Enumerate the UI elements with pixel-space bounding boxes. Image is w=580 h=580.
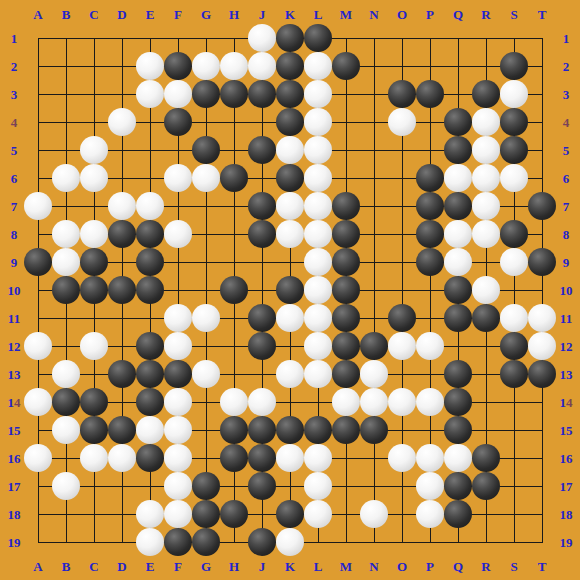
stone-black-S4 [500, 108, 528, 136]
stone-white-F18 [164, 500, 192, 528]
stone-white-O14 [388, 388, 416, 416]
col-label-bottom-R: R [481, 560, 490, 573]
stone-white-J2 [248, 52, 276, 80]
col-label-bottom-A: A [33, 560, 42, 573]
stone-white-P12 [416, 332, 444, 360]
stone-white-K19 [276, 528, 304, 556]
stone-black-B14 [52, 388, 80, 416]
stone-white-T12 [528, 332, 556, 360]
stone-black-L1 [304, 24, 332, 52]
go-board[interactable]: AABBCCDDEEFFGGHHJJKKLLMMNNOOPPQQRRSSTT11… [0, 0, 580, 580]
stone-black-Q4 [444, 108, 472, 136]
stone-black-M9 [332, 248, 360, 276]
stone-white-R4 [472, 108, 500, 136]
stone-black-H6 [220, 164, 248, 192]
stone-black-P3 [416, 80, 444, 108]
stone-white-D7 [108, 192, 136, 220]
stone-white-N14 [360, 388, 388, 416]
stone-black-Q14 [444, 388, 472, 416]
stone-white-B6 [52, 164, 80, 192]
stone-white-H2 [220, 52, 248, 80]
stone-black-D8 [108, 220, 136, 248]
stone-white-H14 [220, 388, 248, 416]
col-label-top-N: N [369, 8, 378, 21]
stone-black-Q13 [444, 360, 472, 388]
stone-white-L7 [304, 192, 332, 220]
stone-black-T7 [528, 192, 556, 220]
stone-white-L3 [304, 80, 332, 108]
stone-black-A9 [24, 248, 52, 276]
stone-white-Q6 [444, 164, 472, 192]
stone-black-N15 [360, 416, 388, 444]
stone-white-P14 [416, 388, 444, 416]
stone-black-K2 [276, 52, 304, 80]
row-label-left-17: 17 [8, 480, 21, 493]
col-label-bottom-P: P [426, 560, 434, 573]
stone-white-R5 [472, 136, 500, 164]
stone-black-E13 [136, 360, 164, 388]
col-label-bottom-K: K [285, 560, 295, 573]
stone-white-F14 [164, 388, 192, 416]
col-label-top-D: D [117, 8, 126, 21]
stone-black-L15 [304, 416, 332, 444]
stone-white-S9 [500, 248, 528, 276]
stone-black-J7 [248, 192, 276, 220]
stone-white-J14 [248, 388, 276, 416]
stone-black-H18 [220, 500, 248, 528]
stone-white-B13 [52, 360, 80, 388]
stone-black-J19 [248, 528, 276, 556]
stone-white-B8 [52, 220, 80, 248]
col-label-bottom-N: N [369, 560, 378, 573]
stone-white-C5 [80, 136, 108, 164]
row-label-left-16: 16 [8, 452, 21, 465]
col-label-bottom-J: J [259, 560, 266, 573]
stone-white-F17 [164, 472, 192, 500]
row-label-left-1: 1 [11, 32, 18, 45]
stone-white-L12 [304, 332, 332, 360]
stone-black-H16 [220, 444, 248, 472]
stone-black-G3 [192, 80, 220, 108]
stone-black-M15 [332, 416, 360, 444]
stone-white-L2 [304, 52, 332, 80]
stone-white-E15 [136, 416, 164, 444]
stone-white-R10 [472, 276, 500, 304]
stone-black-M7 [332, 192, 360, 220]
row-label-right-11: 11 [560, 312, 572, 325]
row-label-left-8: 8 [11, 228, 18, 241]
stone-white-F8 [164, 220, 192, 248]
row-label-right-18: 18 [560, 508, 573, 521]
stone-white-P18 [416, 500, 444, 528]
stone-white-G13 [192, 360, 220, 388]
col-label-bottom-Q: Q [453, 560, 463, 573]
col-label-bottom-M: M [340, 560, 352, 573]
stone-black-E10 [136, 276, 164, 304]
stone-black-S13 [500, 360, 528, 388]
stone-black-P7 [416, 192, 444, 220]
col-label-top-L: L [314, 8, 323, 21]
stone-black-E8 [136, 220, 164, 248]
stone-white-F12 [164, 332, 192, 360]
col-label-top-G: G [201, 8, 211, 21]
stone-white-R8 [472, 220, 500, 248]
stone-black-M2 [332, 52, 360, 80]
stone-white-K7 [276, 192, 304, 220]
col-label-top-C: C [89, 8, 98, 21]
stone-black-G5 [192, 136, 220, 164]
stone-black-F4 [164, 108, 192, 136]
stone-white-A16 [24, 444, 52, 472]
stone-black-Q17 [444, 472, 472, 500]
row-label-left-13: 13 [8, 368, 21, 381]
row-label-left-7: 7 [11, 200, 18, 213]
stone-black-S8 [500, 220, 528, 248]
stone-black-M12 [332, 332, 360, 360]
stone-white-N18 [360, 500, 388, 528]
row-label-right-19: 19 [560, 536, 573, 549]
row-label-right-10: 10 [560, 284, 573, 297]
stone-white-L6 [304, 164, 332, 192]
stone-white-G11 [192, 304, 220, 332]
stone-white-B15 [52, 416, 80, 444]
col-label-bottom-D: D [117, 560, 126, 573]
stone-white-P17 [416, 472, 444, 500]
stone-white-S6 [500, 164, 528, 192]
stone-white-B17 [52, 472, 80, 500]
row-label-left-5: 5 [11, 144, 18, 157]
stone-white-N13 [360, 360, 388, 388]
stone-black-G19 [192, 528, 220, 556]
stone-black-E16 [136, 444, 164, 472]
stone-white-O4 [388, 108, 416, 136]
col-label-top-A: A [33, 8, 42, 21]
stone-black-M11 [332, 304, 360, 332]
stone-white-F15 [164, 416, 192, 444]
stone-black-E14 [136, 388, 164, 416]
row-label-left-10: 10 [8, 284, 21, 297]
stone-black-K4 [276, 108, 304, 136]
stone-black-D13 [108, 360, 136, 388]
row-label-right-5: 5 [563, 144, 570, 157]
stone-black-F13 [164, 360, 192, 388]
row-label-right-9: 9 [563, 256, 570, 269]
col-label-bottom-T: T [538, 560, 547, 573]
stone-black-K18 [276, 500, 304, 528]
stone-black-T9 [528, 248, 556, 276]
stone-white-A14 [24, 388, 52, 416]
stone-black-C15 [80, 416, 108, 444]
stone-black-Q11 [444, 304, 472, 332]
row-label-right-13: 13 [560, 368, 573, 381]
stone-black-R3 [472, 80, 500, 108]
col-label-bottom-G: G [201, 560, 211, 573]
stone-white-F16 [164, 444, 192, 472]
row-label-right-8: 8 [563, 228, 570, 241]
col-label-top-T: T [538, 8, 547, 21]
row-label-left-9: 9 [11, 256, 18, 269]
col-label-top-B: B [62, 8, 71, 21]
stone-white-L13 [304, 360, 332, 388]
stone-black-H3 [220, 80, 248, 108]
stone-white-K5 [276, 136, 304, 164]
stone-white-G2 [192, 52, 220, 80]
row-label-right-16: 16 [560, 452, 573, 465]
stone-black-J8 [248, 220, 276, 248]
stone-black-D15 [108, 416, 136, 444]
stone-white-C6 [80, 164, 108, 192]
stone-white-G6 [192, 164, 220, 192]
stone-white-F3 [164, 80, 192, 108]
stone-black-M8 [332, 220, 360, 248]
stone-white-L9 [304, 248, 332, 276]
row-label-right-12: 12 [560, 340, 573, 353]
stone-black-Q5 [444, 136, 472, 164]
col-label-bottom-E: E [146, 560, 155, 573]
col-label-bottom-O: O [397, 560, 407, 573]
stone-black-K15 [276, 416, 304, 444]
row-label-right-4: 4 [563, 116, 570, 129]
stone-white-C8 [80, 220, 108, 248]
stone-white-A7 [24, 192, 52, 220]
stone-black-M13 [332, 360, 360, 388]
stone-white-K16 [276, 444, 304, 472]
stone-black-J3 [248, 80, 276, 108]
col-label-top-S: S [510, 8, 517, 21]
row-label-left-14: 14 [8, 396, 21, 409]
row-label-right-3: 3 [563, 88, 570, 101]
stone-black-K10 [276, 276, 304, 304]
row-label-right-17: 17 [560, 480, 573, 493]
stone-white-J1 [248, 24, 276, 52]
stone-black-J11 [248, 304, 276, 332]
row-label-right-7: 7 [563, 200, 570, 213]
stone-black-C14 [80, 388, 108, 416]
stone-white-L10 [304, 276, 332, 304]
stone-white-T11 [528, 304, 556, 332]
stone-black-K1 [276, 24, 304, 52]
stone-white-Q16 [444, 444, 472, 472]
stone-black-H15 [220, 416, 248, 444]
stone-black-Q18 [444, 500, 472, 528]
stone-white-Q8 [444, 220, 472, 248]
stone-white-F6 [164, 164, 192, 192]
row-label-left-4: 4 [11, 116, 18, 129]
stone-white-E7 [136, 192, 164, 220]
stone-black-C10 [80, 276, 108, 304]
stone-white-A12 [24, 332, 52, 360]
stone-black-O11 [388, 304, 416, 332]
stone-black-R17 [472, 472, 500, 500]
stone-white-K13 [276, 360, 304, 388]
col-label-bottom-F: F [174, 560, 182, 573]
stone-white-L16 [304, 444, 332, 472]
col-label-bottom-B: B [62, 560, 71, 573]
stone-white-P16 [416, 444, 444, 472]
row-label-right-1: 1 [563, 32, 570, 45]
col-label-top-P: P [426, 8, 434, 21]
stone-white-B9 [52, 248, 80, 276]
stone-white-R6 [472, 164, 500, 192]
stone-white-O12 [388, 332, 416, 360]
stone-black-H10 [220, 276, 248, 304]
stone-black-S2 [500, 52, 528, 80]
stone-black-O3 [388, 80, 416, 108]
stone-black-D10 [108, 276, 136, 304]
col-label-top-Q: Q [453, 8, 463, 21]
stone-white-L5 [304, 136, 332, 164]
stone-black-S12 [500, 332, 528, 360]
stone-white-O16 [388, 444, 416, 472]
stone-black-E9 [136, 248, 164, 276]
stone-black-C9 [80, 248, 108, 276]
stone-black-J16 [248, 444, 276, 472]
stone-black-S5 [500, 136, 528, 164]
stone-black-F2 [164, 52, 192, 80]
stone-white-L4 [304, 108, 332, 136]
stone-black-K6 [276, 164, 304, 192]
stone-black-J5 [248, 136, 276, 164]
stone-white-D4 [108, 108, 136, 136]
stone-black-Q15 [444, 416, 472, 444]
stone-white-F11 [164, 304, 192, 332]
stone-white-L11 [304, 304, 332, 332]
col-label-top-H: H [229, 8, 239, 21]
row-label-right-14: 14 [560, 396, 573, 409]
col-label-bottom-L: L [314, 560, 323, 573]
col-label-top-J: J [259, 8, 266, 21]
stone-black-B10 [52, 276, 80, 304]
col-label-top-F: F [174, 8, 182, 21]
stone-black-G18 [192, 500, 220, 528]
row-label-left-2: 2 [11, 60, 18, 73]
stone-white-L17 [304, 472, 332, 500]
col-label-top-O: O [397, 8, 407, 21]
stone-black-P8 [416, 220, 444, 248]
row-label-left-6: 6 [11, 172, 18, 185]
row-label-right-15: 15 [560, 424, 573, 437]
go-board-app: AABBCCDDEEFFGGHHJJKKLLMMNNOOPPQQRRSSTT11… [0, 0, 580, 580]
col-label-bottom-H: H [229, 560, 239, 573]
stone-black-E12 [136, 332, 164, 360]
stone-white-E19 [136, 528, 164, 556]
row-label-left-3: 3 [11, 88, 18, 101]
stone-black-J12 [248, 332, 276, 360]
row-label-left-19: 19 [8, 536, 21, 549]
row-label-right-6: 6 [563, 172, 570, 185]
stone-white-E2 [136, 52, 164, 80]
stone-black-R16 [472, 444, 500, 472]
stone-black-J17 [248, 472, 276, 500]
col-label-bottom-S: S [510, 560, 517, 573]
stone-white-E3 [136, 80, 164, 108]
stone-white-S3 [500, 80, 528, 108]
stone-white-L18 [304, 500, 332, 528]
stone-black-P9 [416, 248, 444, 276]
col-label-bottom-C: C [89, 560, 98, 573]
stone-white-Q9 [444, 248, 472, 276]
row-label-left-18: 18 [8, 508, 21, 521]
stone-white-R7 [472, 192, 500, 220]
stone-white-L8 [304, 220, 332, 248]
stone-black-R11 [472, 304, 500, 332]
stone-white-D16 [108, 444, 136, 472]
stone-white-C12 [80, 332, 108, 360]
row-label-left-12: 12 [8, 340, 21, 353]
row-label-right-2: 2 [563, 60, 570, 73]
stone-white-E18 [136, 500, 164, 528]
col-label-top-R: R [481, 8, 490, 21]
stone-white-M14 [332, 388, 360, 416]
stone-black-K3 [276, 80, 304, 108]
stone-black-Q7 [444, 192, 472, 220]
stone-black-M10 [332, 276, 360, 304]
row-label-left-15: 15 [8, 424, 21, 437]
stone-black-Q10 [444, 276, 472, 304]
col-label-top-M: M [340, 8, 352, 21]
stone-white-K8 [276, 220, 304, 248]
stone-black-P6 [416, 164, 444, 192]
row-label-left-11: 11 [8, 312, 20, 325]
stone-white-S11 [500, 304, 528, 332]
stone-white-C16 [80, 444, 108, 472]
stone-black-G17 [192, 472, 220, 500]
col-label-top-E: E [146, 8, 155, 21]
stone-black-J15 [248, 416, 276, 444]
col-label-top-K: K [285, 8, 295, 21]
stone-black-N12 [360, 332, 388, 360]
stone-black-T13 [528, 360, 556, 388]
stone-white-K11 [276, 304, 304, 332]
stone-black-F19 [164, 528, 192, 556]
